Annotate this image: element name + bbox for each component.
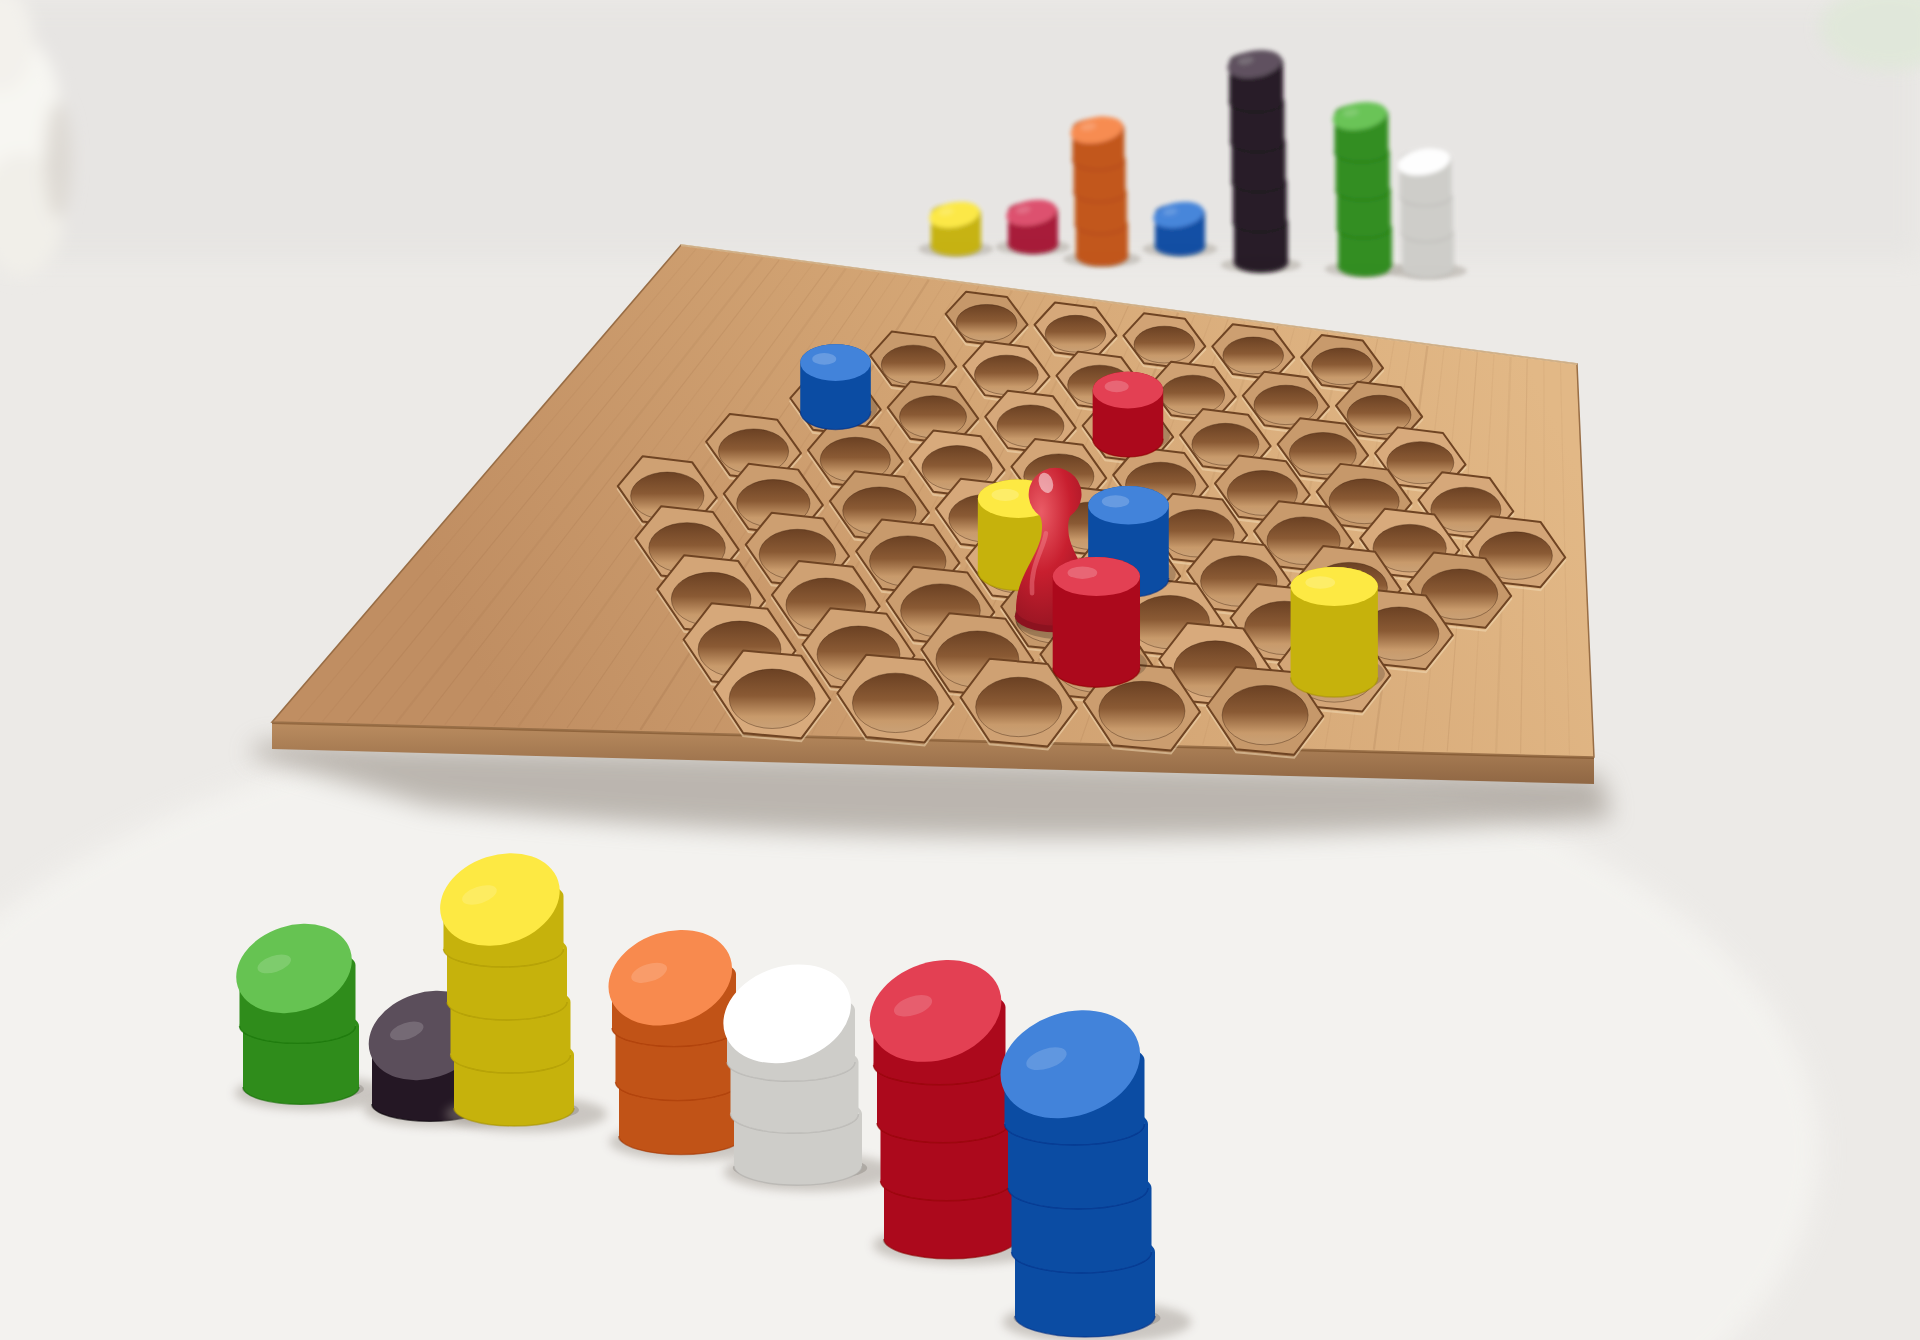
disc-red-r2-i3[interactable]: [1093, 372, 1170, 457]
stack-orange-x4[interactable]: [1068, 113, 1128, 266]
stack-green-x4[interactable]: [1330, 98, 1392, 276]
disc-red-r7-i3[interactable]: [1053, 557, 1147, 687]
stack-white-x3[interactable]: [1396, 145, 1454, 278]
disc-blue-r2-i0[interactable]: [800, 344, 877, 429]
photo-scene: [0, 0, 1920, 1340]
disc-yellow-r7-i5[interactable]: [1291, 567, 1385, 697]
stack-purple-x5[interactable]: [1225, 46, 1288, 272]
board-photo-canvas: [0, 0, 1920, 1340]
